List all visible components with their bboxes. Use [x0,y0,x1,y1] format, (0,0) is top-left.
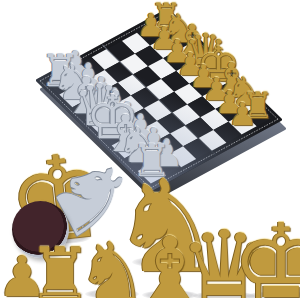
board-piece-gold-pawn: ♟ [228,99,256,131]
product-photo-scene: ♜♞♝♛♚♝♞♜♟♟♟♟♟♟♟♟♟♟♟♟♟♟♟♟♜♞♝♛♚♝♞♜ ♚ ♞ ♞ ♟… [0,0,300,298]
board-piece-silver-rook: ♜ [132,139,172,183]
lineup-piece-king: ♚ [231,209,300,298]
